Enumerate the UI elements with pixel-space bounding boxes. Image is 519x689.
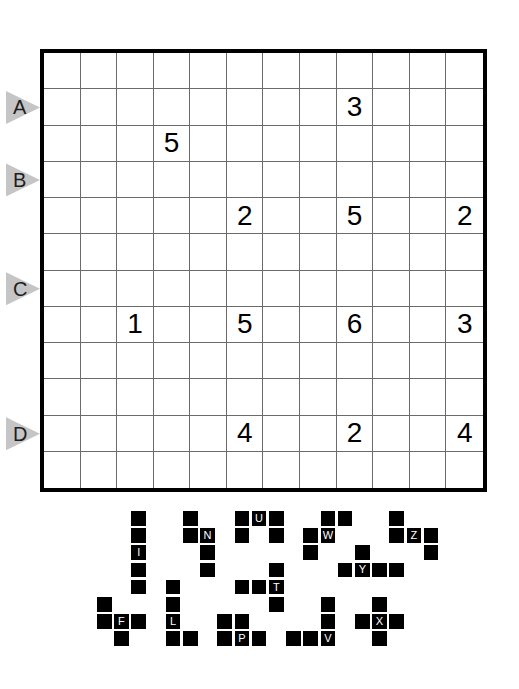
grid-cell-r10c11[interactable] <box>410 379 447 415</box>
grid-cell-r6c8[interactable] <box>300 234 337 270</box>
grid-cell-r12c2[interactable] <box>81 452 118 488</box>
pentomino-cell <box>303 631 318 646</box>
grid-cell-r4c8[interactable] <box>300 162 337 198</box>
row-marker-A: A <box>6 91 40 124</box>
grid-cell-r2c2[interactable] <box>81 89 118 125</box>
pentomino-cell <box>321 614 336 629</box>
pentomino-cell <box>235 580 250 595</box>
grid-cell-r3c3[interactable] <box>117 126 154 162</box>
grid-cell-r6c2[interactable] <box>81 234 118 270</box>
pentomino-letter: P <box>238 633 245 644</box>
row-marker-label: B <box>13 170 26 190</box>
row-marker-label: C <box>13 279 27 299</box>
grid-cell-r9c2[interactable] <box>81 343 118 379</box>
grid-cell-r7c3[interactable] <box>117 271 154 307</box>
clue-number: 5 <box>347 202 363 230</box>
grid-cell-r8c7[interactable] <box>263 307 300 343</box>
grid-cell-r8c2[interactable] <box>81 307 118 343</box>
grid-cell-r8c12[interactable]: 3 <box>446 307 483 343</box>
grid-cell-r10c5[interactable] <box>190 379 227 415</box>
clue-number: 3 <box>457 310 473 338</box>
pentomino-cell <box>235 528 250 543</box>
grid-cell-r1c8[interactable] <box>300 53 337 89</box>
pentomino-cell <box>286 631 301 646</box>
pentomino-cell: X <box>372 614 387 629</box>
grid-cell-r11c6[interactable]: 4 <box>227 416 264 452</box>
grid-cell-r4c3[interactable] <box>117 162 154 198</box>
grid-cell-r3c2[interactable] <box>81 126 118 162</box>
grid-cell-r11c9[interactable]: 2 <box>337 416 374 452</box>
grid-cell-r12c8[interactable] <box>300 452 337 488</box>
grid-cell-r9c9[interactable] <box>337 343 374 379</box>
pentomino-cell <box>355 545 370 560</box>
pentomino-letter: W <box>323 530 333 541</box>
grid-cell-r7c7[interactable] <box>263 271 300 307</box>
pentomino-letter: X <box>376 616 383 627</box>
pentomino-cell <box>338 511 353 526</box>
row-marker-B: B <box>6 163 40 196</box>
grid-cell-r3c11[interactable] <box>410 126 447 162</box>
pentomino-cell <box>269 528 284 543</box>
grid-cell-r5c8[interactable] <box>300 198 337 234</box>
pentomino-cell <box>166 580 181 595</box>
grid-cell-r12c3[interactable] <box>117 452 154 488</box>
puzzle-grid: 352521563424 <box>40 49 487 492</box>
grid-cell-r3c6[interactable] <box>227 126 264 162</box>
pentomino-cell <box>424 545 439 560</box>
grid-cell-r2c9[interactable]: 3 <box>337 89 374 125</box>
grid-cell-r5c5[interactable] <box>190 198 227 234</box>
grid-cell-r4c5[interactable] <box>190 162 227 198</box>
grid-cell-r2c8[interactable] <box>300 89 337 125</box>
grid-cell-r8c3[interactable]: 1 <box>117 307 154 343</box>
grid-cell-r7c9[interactable] <box>337 271 374 307</box>
grid-cell-r3c8[interactable] <box>300 126 337 162</box>
grid-cell-r1c6[interactable] <box>227 53 264 89</box>
grid-cell-r1c9[interactable] <box>337 53 374 89</box>
grid-cell-r4c7[interactable] <box>263 162 300 198</box>
grid-cell-r2c5[interactable] <box>190 89 227 125</box>
grid-cell-r8c5[interactable] <box>190 307 227 343</box>
grid-cell-r11c2[interactable] <box>81 416 118 452</box>
clue-number: 5 <box>164 129 180 157</box>
grid-cell-r11c7[interactable] <box>263 416 300 452</box>
grid-cell-r8c9[interactable]: 6 <box>337 307 374 343</box>
pentomino-cell <box>131 614 146 629</box>
pentomino-cell <box>303 545 318 560</box>
pentomino-bank: INUWZYTLFVPX <box>97 511 442 647</box>
clue-number: 2 <box>347 419 363 447</box>
grid-cell-r7c2[interactable] <box>81 271 118 307</box>
grid-cell-r7c10[interactable] <box>373 271 410 307</box>
grid-cell-r12c10[interactable] <box>373 452 410 488</box>
grid-cell-r11c10[interactable] <box>373 416 410 452</box>
grid-cell-r1c3[interactable] <box>117 53 154 89</box>
pentomino-cell <box>235 511 250 526</box>
pentomino-cell: L <box>166 614 181 629</box>
grid-cell-r10c7[interactable] <box>263 379 300 415</box>
pentomino-cell <box>269 511 284 526</box>
grid-cell-r1c4[interactable] <box>154 53 191 89</box>
row-marker-D: D <box>6 417 40 450</box>
pentomino-letter: U <box>255 513 263 524</box>
grid-cell-r1c11[interactable] <box>410 53 447 89</box>
grid-cell-r6c9[interactable] <box>337 234 374 270</box>
pentomino-cell <box>389 528 404 543</box>
grid-cell-r4c1[interactable] <box>44 162 81 198</box>
pentomino-cell <box>217 614 232 629</box>
grid-cell-r11c11[interactable] <box>410 416 447 452</box>
pentomino-cell <box>131 511 146 526</box>
pentomino-cell: Y <box>355 563 370 578</box>
pentomino-cell <box>372 597 387 612</box>
pentomino-cell <box>217 631 232 646</box>
pentomino-cell: P <box>235 631 250 646</box>
grid-cell-r2c1[interactable] <box>44 89 81 125</box>
grid-cell-r9c1[interactable] <box>44 343 81 379</box>
row-marker-C: C <box>6 272 40 305</box>
pentomino-cell <box>97 614 112 629</box>
pentomino-cell <box>131 563 146 578</box>
grid-cell-r4c10[interactable] <box>373 162 410 198</box>
grid-cell-r6c4[interactable] <box>154 234 191 270</box>
pentomino-cell <box>372 563 387 578</box>
grid-cell-r5c7[interactable] <box>263 198 300 234</box>
pentomino-cell <box>166 597 181 612</box>
grid-cell-r9c10[interactable] <box>373 343 410 379</box>
pentomino-cell: T <box>269 580 284 595</box>
grid-cell-r7c12[interactable] <box>446 271 483 307</box>
pentomino-cell <box>114 631 129 646</box>
pentomino-letter: N <box>204 530 212 541</box>
grid-cell-r1c2[interactable] <box>81 53 118 89</box>
pentomino-letter: Y <box>359 564 366 575</box>
pentomino-cell <box>355 614 370 629</box>
pentomino-cell: I <box>131 545 146 560</box>
pentomino-cell <box>97 597 112 612</box>
grid-cell-r5c2[interactable] <box>81 198 118 234</box>
grid-cell-r3c9[interactable] <box>337 126 374 162</box>
pentomino-cell: F <box>114 614 129 629</box>
grid-cell-r5c12[interactable]: 2 <box>446 198 483 234</box>
clue-number: 6 <box>347 310 363 338</box>
grid-cell-r8c10[interactable] <box>373 307 410 343</box>
clue-number: 2 <box>237 202 253 230</box>
grid-cell-r5c1[interactable] <box>44 198 81 234</box>
grid-cell-r12c4[interactable] <box>154 452 191 488</box>
grid-cell-r3c4[interactable]: 5 <box>154 126 191 162</box>
grid-cell-r11c12[interactable]: 4 <box>446 416 483 452</box>
grid-cell-r10c12[interactable] <box>446 379 483 415</box>
grid-cell-r5c11[interactable] <box>410 198 447 234</box>
grid-cell-r1c5[interactable] <box>190 53 227 89</box>
pentomino-cell: N <box>200 528 215 543</box>
grid-cell-r12c12[interactable] <box>446 452 483 488</box>
grid-cell-r11c3[interactable] <box>117 416 154 452</box>
grid-cell-r5c3[interactable] <box>117 198 154 234</box>
grid-cell-r9c11[interactable] <box>410 343 447 379</box>
pentomino-letter: L <box>170 616 176 627</box>
grid-cell-r2c10[interactable] <box>373 89 410 125</box>
grid-cell-r3c10[interactable] <box>373 126 410 162</box>
pentomino-cell <box>338 563 353 578</box>
grid-cell-r3c1[interactable] <box>44 126 81 162</box>
grid-cell-r8c8[interactable] <box>300 307 337 343</box>
grid-cell-r6c5[interactable] <box>190 234 227 270</box>
pentomino-cell <box>321 511 336 526</box>
grid-cell-r9c3[interactable] <box>117 343 154 379</box>
grid-cell-r2c7[interactable] <box>263 89 300 125</box>
grid-cell-r10c9[interactable] <box>337 379 374 415</box>
clue-number: 5 <box>237 310 253 338</box>
grid-cell-r12c6[interactable] <box>227 452 264 488</box>
pentomino-cell: W <box>321 528 336 543</box>
grid-cell-r4c6[interactable] <box>227 162 264 198</box>
pentomino-letter: V <box>324 633 331 644</box>
pentomino-cell <box>200 545 215 560</box>
grid-cell-r6c11[interactable] <box>410 234 447 270</box>
grid-cell-r8c11[interactable] <box>410 307 447 343</box>
pentomino-cell <box>389 614 404 629</box>
grid-cell-r3c5[interactable] <box>190 126 227 162</box>
grid-cell-r12c11[interactable] <box>410 452 447 488</box>
grid-cell-r7c4[interactable] <box>154 271 191 307</box>
grid-cell-r7c6[interactable] <box>227 271 264 307</box>
grid-cell-r7c5[interactable] <box>190 271 227 307</box>
grid-cell-r4c9[interactable] <box>337 162 374 198</box>
pentomino-letter: I <box>137 547 140 558</box>
pentomino-cell <box>424 528 439 543</box>
pentomino-cell <box>183 511 198 526</box>
grid-cell-r5c10[interactable] <box>373 198 410 234</box>
clue-number: 4 <box>457 419 473 447</box>
pentomino-cell <box>252 631 267 646</box>
pentomino-cell <box>269 597 284 612</box>
grid-cell-r6c12[interactable] <box>446 234 483 270</box>
pentomino-cell <box>235 614 250 629</box>
grid-cell-r5c9[interactable]: 5 <box>337 198 374 234</box>
pentomino-cell <box>183 528 198 543</box>
grid-cell-r9c12[interactable] <box>446 343 483 379</box>
pentomino-cell <box>321 597 336 612</box>
grid-cell-r1c12[interactable] <box>446 53 483 89</box>
pentomino-cell <box>131 528 146 543</box>
grid-cell-r5c6[interactable]: 2 <box>227 198 264 234</box>
clue-number: 2 <box>457 202 473 230</box>
grid-cell-r6c1[interactable] <box>44 234 81 270</box>
grid-cell-r9c8[interactable] <box>300 343 337 379</box>
row-marker-label: A <box>13 97 26 117</box>
pentomino-letter: T <box>273 582 280 593</box>
grid-cell-r11c8[interactable] <box>300 416 337 452</box>
grid-cell-r9c7[interactable] <box>263 343 300 379</box>
grid-cell-r9c5[interactable] <box>190 343 227 379</box>
pentomino-cell <box>269 563 284 578</box>
grid-cell-r11c4[interactable] <box>154 416 191 452</box>
grid-cell-r2c12[interactable] <box>446 89 483 125</box>
pentomino-cell: U <box>252 511 267 526</box>
grid-cell-r12c7[interactable] <box>263 452 300 488</box>
grid-cell-r2c6[interactable] <box>227 89 264 125</box>
pentomino-cell: V <box>321 631 336 646</box>
pentomino-cell <box>183 631 198 646</box>
grid-cell-r1c7[interactable] <box>263 53 300 89</box>
pentomino-cell <box>252 580 267 595</box>
grid-cell-r7c8[interactable] <box>300 271 337 307</box>
grid-cell-r10c4[interactable] <box>154 379 191 415</box>
grid-cell-r1c1[interactable] <box>44 53 81 89</box>
grid-cell-r12c5[interactable] <box>190 452 227 488</box>
grid-cell-r7c1[interactable] <box>44 271 81 307</box>
grid-cell-r10c3[interactable] <box>117 379 154 415</box>
row-marker-label: D <box>13 424 27 444</box>
grid-cell-r3c12[interactable] <box>446 126 483 162</box>
grid-cell-r2c4[interactable] <box>154 89 191 125</box>
grid-cell-r12c1[interactable] <box>44 452 81 488</box>
grid-cell-r10c6[interactable] <box>227 379 264 415</box>
grid-cell-r9c6[interactable] <box>227 343 264 379</box>
grid-cell-r8c4[interactable] <box>154 307 191 343</box>
pentomino-letter: F <box>118 616 125 627</box>
grid-cell-r6c7[interactable] <box>263 234 300 270</box>
grid-cell-r4c2[interactable] <box>81 162 118 198</box>
pentomino-cell <box>200 563 215 578</box>
grid-cell-r2c3[interactable] <box>117 89 154 125</box>
grid-cell-r4c12[interactable] <box>446 162 483 198</box>
pentomino-letter: Z <box>411 530 418 541</box>
grid-cell-r10c8[interactable] <box>300 379 337 415</box>
grid-cell-r6c6[interactable] <box>227 234 264 270</box>
grid-cell-r9c4[interactable] <box>154 343 191 379</box>
grid-cell-r10c10[interactable] <box>373 379 410 415</box>
grid-cell-r2c11[interactable] <box>410 89 447 125</box>
grid-cell-r7c11[interactable] <box>410 271 447 307</box>
grid-cell-r11c5[interactable] <box>190 416 227 452</box>
grid-cell-r4c4[interactable] <box>154 162 191 198</box>
pentomino-cell <box>389 563 404 578</box>
clue-number: 3 <box>347 93 363 121</box>
pentomino-cell <box>372 631 387 646</box>
pentomino-cell: Z <box>407 528 422 543</box>
grid-cell-r12c9[interactable] <box>337 452 374 488</box>
clue-number: 1 <box>127 310 143 338</box>
grid-cell-r3c7[interactable] <box>263 126 300 162</box>
grid-cell-r8c1[interactable] <box>44 307 81 343</box>
grid-cell-r4c11[interactable] <box>410 162 447 198</box>
grid-cell-r10c1[interactable] <box>44 379 81 415</box>
grid-cell-r6c3[interactable] <box>117 234 154 270</box>
grid-cell-r11c1[interactable] <box>44 416 81 452</box>
pentomino-cell <box>389 511 404 526</box>
grid-cell-r8c6[interactable]: 5 <box>227 307 264 343</box>
pentomino-cell <box>166 631 181 646</box>
grid-cell-r1c10[interactable] <box>373 53 410 89</box>
clue-number: 4 <box>237 419 253 447</box>
pentomino-cell <box>303 528 318 543</box>
grid-cell-r10c2[interactable] <box>81 379 118 415</box>
grid-cell-r5c4[interactable] <box>154 198 191 234</box>
pentomino-cell <box>131 580 146 595</box>
grid-cell-r6c10[interactable] <box>373 234 410 270</box>
